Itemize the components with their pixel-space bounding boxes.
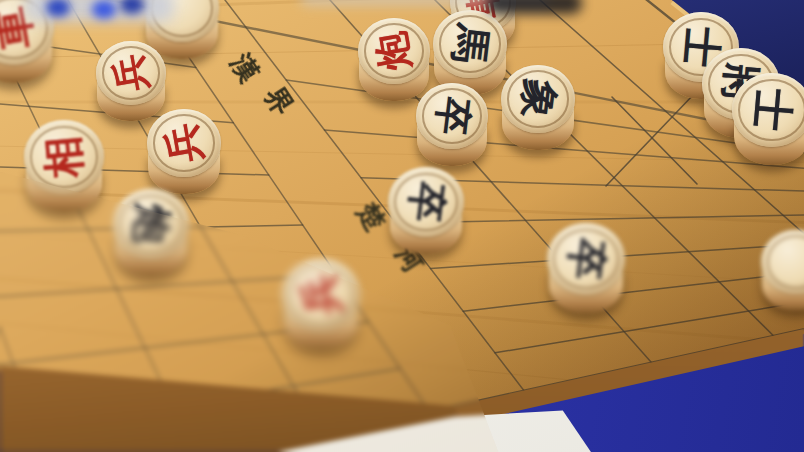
piece-top-face: 馬 [433,10,507,78]
piece-black-cannon-h4[interactable]: 炮 [113,189,189,276]
piece-character: 士 [749,87,795,133]
piece-top-face: 卒 [416,83,488,149]
piece-red-soldier-e4[interactable]: 兵 [282,259,360,349]
piece-top-face: 兵 [147,109,221,177]
piece-top-face: 炮 [358,18,430,84]
piece-top-face: 炮 [113,189,189,259]
piece-top-face: 士 [732,73,804,147]
piece-red-soldier-g4[interactable]: 兵 [147,109,221,194]
piece-red-elephant-e3[interactable]: 相 [24,120,104,212]
piece-character: 卒 [563,236,609,282]
piece-top-face: 相 [24,120,104,194]
piece-character: 馬 [448,22,491,65]
piece-character: 相 [41,134,87,180]
piece-character: 炮 [372,29,416,73]
piece-top-face: 兵 [282,259,360,331]
piece-red-chariot-cropped-topleft[interactable]: 車 [0,0,54,83]
piece-character: 兵 [162,120,207,165]
piece-engraved-ring [767,235,804,289]
piece-character: 象 [516,77,559,120]
piece-character: 炮 [129,202,172,245]
piece-black-soldier-g7[interactable]: 卒 [416,83,488,166]
piece-black-soldier-e6[interactable]: 卒 [388,167,464,254]
piece-black-advisor-f10[interactable]: 士 [732,73,804,165]
piece-top-face: 卒 [388,167,464,237]
piece-top-face: 兵 [96,41,166,105]
piece-black-elephant-i8[interactable]: 象 [501,65,575,150]
piece-character: 車 [0,4,38,53]
piece-top-face: 象 [501,65,575,133]
piece-character: 兵 [297,271,344,318]
piece-black-soldier-i7[interactable]: 卒 [547,223,625,313]
piece-engraved-ring [151,0,213,37]
piece-character: 卒 [431,95,473,137]
piece-character: 卒 [404,180,448,224]
piece-unidentified-piece-right-cropped[interactable] [761,230,804,311]
piece-top-face: 卒 [547,223,625,295]
piece-character: 兵 [110,52,153,95]
xiangqi-photo-scene: 漢界楚河 車兵相兵炮兵炮馬車卒象卒卒士將士 [0,0,804,452]
